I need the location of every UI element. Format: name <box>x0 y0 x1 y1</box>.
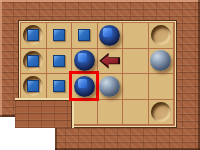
cell-r3c1[interactable] <box>21 74 47 100</box>
hole-with-tile <box>23 25 43 45</box>
hole <box>151 102 171 122</box>
blue-tile <box>27 80 39 92</box>
hole-with-tile <box>23 76 43 96</box>
cell-r1c3[interactable] <box>72 23 98 49</box>
cell-r3c3[interactable] <box>72 74 98 100</box>
cell-r1c1[interactable] <box>21 23 47 49</box>
move-arrow-left-icon[interactable] <box>99 53 120 69</box>
marble-highlight <box>78 79 87 88</box>
blue-tile <box>53 80 65 92</box>
gray-marble[interactable] <box>150 50 171 71</box>
blue-tile <box>53 55 65 67</box>
cell-r1c4[interactable] <box>98 23 124 49</box>
wood-cutout-patch <box>15 98 74 128</box>
cell-r4c5[interactable] <box>123 100 149 126</box>
arrow-fill <box>101 55 118 67</box>
blue-marble[interactable] <box>99 25 120 46</box>
cell-r1c5[interactable] <box>123 23 149 49</box>
marble-highlight <box>78 53 87 62</box>
blue-tile <box>53 29 65 41</box>
blue-tile <box>27 29 39 41</box>
cell-r4c6[interactable] <box>149 100 175 126</box>
cell-r1c2[interactable] <box>47 23 73 49</box>
marble-highlight <box>103 28 112 37</box>
blue-tile <box>78 29 90 41</box>
cell-r3c5[interactable] <box>123 74 149 100</box>
puzzle-window <box>0 0 200 150</box>
cell-r4c4[interactable] <box>98 100 124 126</box>
cell-r4c3[interactable] <box>72 100 98 126</box>
cell-r3c6[interactable] <box>149 74 175 100</box>
cell-r2c3[interactable] <box>72 49 98 75</box>
cell-r3c4[interactable] <box>98 74 124 100</box>
hole-with-tile <box>23 51 43 71</box>
cell-r3c2[interactable] <box>47 74 73 100</box>
cell-r2c6[interactable] <box>149 49 175 75</box>
blue-tile <box>27 55 39 67</box>
cell-r1c6[interactable] <box>149 23 175 49</box>
cell-r2c1[interactable] <box>21 49 47 75</box>
blue-marble[interactable] <box>74 50 95 71</box>
cell-r2c5[interactable] <box>123 49 149 75</box>
blue-marble[interactable] <box>74 76 95 97</box>
hole <box>151 25 171 45</box>
cell-r2c4[interactable] <box>98 49 124 75</box>
gray-marble[interactable] <box>99 76 120 97</box>
cell-r2c2[interactable] <box>47 49 73 75</box>
